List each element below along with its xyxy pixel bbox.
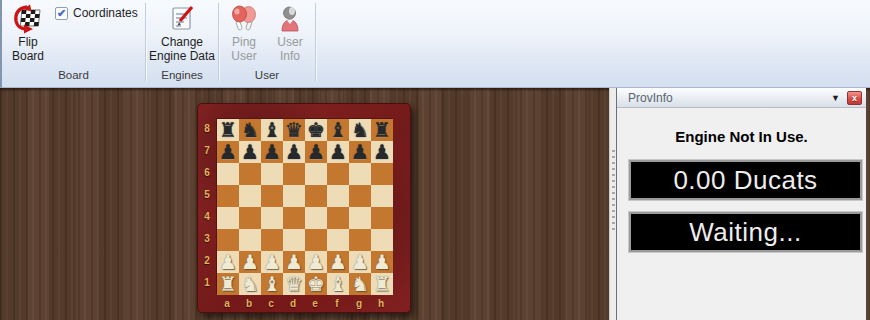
ducats-display: 0.00 Ducats bbox=[629, 160, 862, 200]
square-h6[interactable] bbox=[371, 163, 393, 185]
rank-label-8: 8 bbox=[198, 118, 216, 140]
square-g6[interactable] bbox=[349, 163, 371, 185]
file-label-d: d bbox=[282, 295, 304, 313]
square-e4[interactable] bbox=[305, 207, 327, 229]
ribbon-toolbar: Flip Board ✔ Coordinates Board Chan bbox=[0, 0, 870, 88]
provinfo-body: Engine Not In Use. 0.00 Ducats Waiting..… bbox=[617, 108, 866, 319]
file-label-h: h bbox=[370, 295, 392, 313]
square-e6[interactable] bbox=[305, 163, 327, 185]
piece-black-k[interactable]: ♚ bbox=[307, 119, 325, 141]
square-e3[interactable] bbox=[305, 229, 327, 251]
square-d2[interactable]: ♟ bbox=[283, 251, 305, 273]
piece-white-q[interactable]: ♛ bbox=[285, 273, 303, 295]
file-label-f: f bbox=[326, 295, 348, 313]
square-g3[interactable] bbox=[349, 229, 371, 251]
square-c3[interactable] bbox=[261, 229, 283, 251]
square-f2[interactable]: ♟ bbox=[327, 251, 349, 273]
square-g5[interactable] bbox=[349, 185, 371, 207]
piece-white-r[interactable]: ♜ bbox=[373, 273, 391, 295]
piece-black-p[interactable]: ♟ bbox=[373, 141, 391, 163]
chessboard-squares: ♜♞♝♛♚♝♞♜♟♟♟♟♟♟♟♟♟♟♟♟♟♟♟♟♜♞♝♛♚♝♞♜ bbox=[216, 118, 392, 294]
ribbon-group-engines: Change Engine Data Engines bbox=[146, 0, 218, 84]
piece-white-p[interactable]: ♟ bbox=[307, 251, 325, 273]
piece-white-r[interactable]: ♜ bbox=[219, 273, 237, 295]
square-a7[interactable]: ♟ bbox=[217, 141, 239, 163]
piece-black-b[interactable]: ♝ bbox=[263, 119, 281, 141]
square-b5[interactable] bbox=[239, 185, 261, 207]
piece-black-q[interactable]: ♛ bbox=[285, 119, 303, 141]
user-info-button[interactable]: User Info bbox=[268, 2, 312, 68]
rank-label-1: 1 bbox=[198, 272, 216, 294]
ping-user-button[interactable]: Ping User bbox=[222, 2, 266, 68]
user-info-label: User Info bbox=[268, 35, 312, 63]
square-a2[interactable]: ♟ bbox=[217, 251, 239, 273]
piece-white-p[interactable]: ♟ bbox=[373, 251, 391, 273]
square-d4[interactable] bbox=[283, 207, 305, 229]
change-engine-data-label: Change Engine Data bbox=[147, 35, 217, 63]
square-g1[interactable]: ♞ bbox=[349, 273, 371, 295]
piece-white-p[interactable]: ♟ bbox=[241, 251, 259, 273]
panel-splitter[interactable] bbox=[609, 88, 616, 320]
square-a3[interactable] bbox=[217, 229, 239, 251]
square-h5[interactable] bbox=[371, 185, 393, 207]
piece-black-b[interactable]: ♝ bbox=[329, 119, 347, 141]
piece-black-r[interactable]: ♜ bbox=[373, 119, 391, 141]
square-c8[interactable]: ♝ bbox=[261, 119, 283, 141]
square-h7[interactable]: ♟ bbox=[371, 141, 393, 163]
square-d6[interactable] bbox=[283, 163, 305, 185]
rank-label-3: 3 bbox=[198, 228, 216, 250]
rank-label-6: 6 bbox=[198, 162, 216, 184]
square-h8[interactable]: ♜ bbox=[371, 119, 393, 141]
square-c5[interactable] bbox=[261, 185, 283, 207]
piece-black-n[interactable]: ♞ bbox=[241, 119, 259, 141]
square-f3[interactable] bbox=[327, 229, 349, 251]
checkbox-checkmark-icon: ✔ bbox=[55, 7, 68, 20]
file-label-c: c bbox=[260, 295, 282, 313]
square-g7[interactable]: ♟ bbox=[349, 141, 371, 163]
piece-white-b[interactable]: ♝ bbox=[263, 273, 281, 295]
piece-black-n[interactable]: ♞ bbox=[351, 119, 369, 141]
square-f7[interactable]: ♟ bbox=[327, 141, 349, 163]
square-c4[interactable] bbox=[261, 207, 283, 229]
panel-menu-caret-icon[interactable]: ▼ bbox=[831, 93, 840, 103]
piece-black-p[interactable]: ♟ bbox=[263, 141, 281, 163]
square-f6[interactable] bbox=[327, 163, 349, 185]
piece-white-n[interactable]: ♞ bbox=[351, 273, 369, 295]
flip-board-icon bbox=[13, 4, 43, 34]
square-g2[interactable]: ♟ bbox=[349, 251, 371, 273]
change-engine-data-icon bbox=[167, 4, 197, 34]
panel-close-icon[interactable]: x bbox=[847, 91, 862, 105]
provinfo-titlebar: ProvInfo ▼ x bbox=[617, 88, 866, 108]
square-g4[interactable] bbox=[349, 207, 371, 229]
provinfo-title: ProvInfo bbox=[628, 91, 673, 105]
chessboard: 87654321 ♜♞♝♛♚♝♞♜♟♟♟♟♟♟♟♟♟♟♟♟♟♟♟♟♜♞♝♛♚♝♞… bbox=[197, 103, 411, 313]
flip-board-label: Flip Board bbox=[4, 35, 52, 63]
square-g8[interactable]: ♞ bbox=[349, 119, 371, 141]
ping-user-label: Ping User bbox=[222, 35, 266, 63]
square-a6[interactable] bbox=[217, 163, 239, 185]
square-e1[interactable]: ♚ bbox=[305, 273, 327, 295]
square-f5[interactable] bbox=[327, 185, 349, 207]
piece-black-p[interactable]: ♟ bbox=[307, 141, 325, 163]
square-h1[interactable]: ♜ bbox=[371, 273, 393, 295]
rank-label-4: 4 bbox=[198, 206, 216, 228]
square-d5[interactable] bbox=[283, 185, 305, 207]
square-b1[interactable]: ♞ bbox=[239, 273, 261, 295]
square-d3[interactable] bbox=[283, 229, 305, 251]
square-b2[interactable]: ♟ bbox=[239, 251, 261, 273]
piece-black-p[interactable]: ♟ bbox=[241, 141, 259, 163]
ribbon-group-user-label: User bbox=[219, 69, 315, 81]
square-h3[interactable] bbox=[371, 229, 393, 251]
square-e7[interactable]: ♟ bbox=[305, 141, 327, 163]
engine-status-heading: Engine Not In Use. bbox=[617, 128, 866, 145]
piece-white-n[interactable]: ♞ bbox=[241, 273, 259, 295]
coordinates-checkbox[interactable]: ✔ Coordinates bbox=[55, 6, 138, 20]
rank-label-7: 7 bbox=[198, 140, 216, 162]
square-a8[interactable]: ♜ bbox=[217, 119, 239, 141]
flip-board-button[interactable]: Flip Board bbox=[4, 2, 52, 68]
square-f1[interactable]: ♝ bbox=[327, 273, 349, 295]
ribbon-group-board-label: Board bbox=[2, 69, 145, 81]
square-b6[interactable] bbox=[239, 163, 261, 185]
piece-black-p[interactable]: ♟ bbox=[351, 141, 369, 163]
square-b3[interactable] bbox=[239, 229, 261, 251]
piece-white-p[interactable]: ♟ bbox=[263, 251, 281, 273]
square-b7[interactable]: ♟ bbox=[239, 141, 261, 163]
piece-white-p[interactable]: ♟ bbox=[329, 251, 347, 273]
piece-white-k[interactable]: ♚ bbox=[307, 273, 325, 295]
square-e5[interactable] bbox=[305, 185, 327, 207]
piece-black-p[interactable]: ♟ bbox=[285, 141, 303, 163]
file-label-g: g bbox=[348, 295, 370, 313]
piece-white-p[interactable]: ♟ bbox=[219, 251, 237, 273]
square-c1[interactable]: ♝ bbox=[261, 273, 283, 295]
piece-white-p[interactable]: ♟ bbox=[285, 251, 303, 273]
file-label-b: b bbox=[238, 295, 260, 313]
rank-label-5: 5 bbox=[198, 184, 216, 206]
ribbon-group-board: Flip Board ✔ Coordinates Board bbox=[2, 0, 145, 84]
square-a4[interactable] bbox=[217, 207, 239, 229]
rank-label-2: 2 bbox=[198, 250, 216, 272]
square-a5[interactable] bbox=[217, 185, 239, 207]
file-label-e: e bbox=[304, 295, 326, 313]
square-c2[interactable]: ♟ bbox=[261, 251, 283, 273]
piece-white-b[interactable]: ♝ bbox=[329, 273, 347, 295]
ping-user-icon bbox=[229, 4, 259, 34]
change-engine-data-button[interactable]: Change Engine Data bbox=[147, 2, 217, 68]
square-d8[interactable]: ♛ bbox=[283, 119, 305, 141]
splitter-grip bbox=[612, 150, 615, 234]
piece-black-p[interactable]: ♟ bbox=[329, 141, 347, 163]
piece-black-r[interactable]: ♜ bbox=[219, 119, 237, 141]
square-c7[interactable]: ♟ bbox=[261, 141, 283, 163]
square-b4[interactable] bbox=[239, 207, 261, 229]
piece-black-p[interactable]: ♟ bbox=[219, 141, 237, 163]
square-d1[interactable]: ♛ bbox=[283, 273, 305, 295]
square-c6[interactable] bbox=[261, 163, 283, 185]
square-d7[interactable]: ♟ bbox=[283, 141, 305, 163]
square-h4[interactable] bbox=[371, 207, 393, 229]
square-h2[interactable]: ♟ bbox=[371, 251, 393, 273]
square-f8[interactable]: ♝ bbox=[327, 119, 349, 141]
square-e2[interactable]: ♟ bbox=[305, 251, 327, 273]
rank-labels: 87654321 bbox=[198, 118, 216, 294]
file-labels: abcdefgh bbox=[216, 295, 392, 313]
square-f4[interactable] bbox=[327, 207, 349, 229]
ribbon-group-engines-label: Engines bbox=[146, 69, 218, 81]
square-b8[interactable]: ♞ bbox=[239, 119, 261, 141]
ribbon-group-user: Ping User User Info User bbox=[219, 0, 315, 84]
file-label-a: a bbox=[216, 295, 238, 313]
piece-white-p[interactable]: ♟ bbox=[351, 251, 369, 273]
square-e8[interactable]: ♚ bbox=[305, 119, 327, 141]
coordinates-checkbox-label: Coordinates bbox=[73, 6, 138, 20]
square-a1[interactable]: ♜ bbox=[217, 273, 239, 295]
waiting-status-display: Waiting... bbox=[629, 212, 862, 252]
provinfo-panel: ProvInfo ▼ x Engine Not In Use. 0.00 Duc… bbox=[616, 88, 866, 320]
board-window-background: 87654321 ♜♞♝♛♚♝♞♜♟♟♟♟♟♟♟♟♟♟♟♟♟♟♟♟♜♞♝♛♚♝♞… bbox=[0, 88, 870, 320]
ribbon-separator bbox=[315, 3, 316, 81]
user-info-icon bbox=[275, 4, 305, 34]
